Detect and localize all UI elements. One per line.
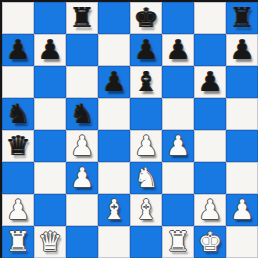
square-b3[interactable] xyxy=(34,162,66,194)
white-pawn[interactable]: ♟ xyxy=(230,194,254,226)
square-f8[interactable] xyxy=(162,2,194,34)
white-pawn[interactable]: ♟ xyxy=(134,130,158,162)
square-h8[interactable]: ♜ xyxy=(226,2,258,34)
square-a3[interactable] xyxy=(2,162,34,194)
square-d2[interactable]: ♝ xyxy=(98,194,130,226)
black-pawn[interactable]: ♟ xyxy=(198,66,222,98)
square-g6[interactable]: ♟ xyxy=(194,66,226,98)
square-h7[interactable]: ♟ xyxy=(226,34,258,66)
square-a6[interactable] xyxy=(2,66,34,98)
chess-board-frame: ♜♚♜♟♟♟♟♟♟♝♟♞♞♛♟♟♟♟♞♟♝♝♟♟♜♛♜♚ xyxy=(0,0,258,258)
black-pawn[interactable]: ♟ xyxy=(6,34,30,66)
black-pawn[interactable]: ♟ xyxy=(134,34,158,66)
square-a5[interactable]: ♞ xyxy=(2,98,34,130)
square-h6[interactable] xyxy=(226,66,258,98)
black-pawn[interactable]: ♟ xyxy=(166,34,190,66)
white-rook[interactable]: ♜ xyxy=(166,226,190,258)
black-rook[interactable]: ♜ xyxy=(70,2,94,34)
square-g8[interactable] xyxy=(194,2,226,34)
square-g4[interactable] xyxy=(194,130,226,162)
square-d6[interactable]: ♟ xyxy=(98,66,130,98)
white-queen[interactable]: ♛ xyxy=(38,226,62,258)
white-king[interactable]: ♚ xyxy=(198,226,222,258)
square-e6[interactable]: ♝ xyxy=(130,66,162,98)
black-pawn[interactable]: ♟ xyxy=(102,66,126,98)
square-a1[interactable]: ♜ xyxy=(2,226,34,258)
square-f4[interactable]: ♟ xyxy=(162,130,194,162)
square-g3[interactable] xyxy=(194,162,226,194)
square-c7[interactable] xyxy=(66,34,98,66)
square-c1[interactable] xyxy=(66,226,98,258)
black-pawn[interactable]: ♟ xyxy=(38,34,62,66)
square-g5[interactable] xyxy=(194,98,226,130)
square-c4[interactable]: ♟ xyxy=(66,130,98,162)
square-b1[interactable]: ♛ xyxy=(34,226,66,258)
square-b7[interactable]: ♟ xyxy=(34,34,66,66)
square-h1[interactable] xyxy=(226,226,258,258)
square-f7[interactable]: ♟ xyxy=(162,34,194,66)
square-c5[interactable]: ♞ xyxy=(66,98,98,130)
black-queen[interactable]: ♛ xyxy=(6,130,30,162)
white-knight[interactable]: ♞ xyxy=(134,162,158,194)
square-b6[interactable] xyxy=(34,66,66,98)
square-f1[interactable]: ♜ xyxy=(162,226,194,258)
square-f5[interactable] xyxy=(162,98,194,130)
square-h2[interactable]: ♟ xyxy=(226,194,258,226)
square-h4[interactable] xyxy=(226,130,258,162)
white-pawn[interactable]: ♟ xyxy=(166,130,190,162)
black-bishop[interactable]: ♝ xyxy=(134,66,158,98)
square-e8[interactable]: ♚ xyxy=(130,2,162,34)
square-e3[interactable]: ♞ xyxy=(130,162,162,194)
square-a2[interactable]: ♟ xyxy=(2,194,34,226)
white-bishop[interactable]: ♝ xyxy=(102,194,126,226)
white-pawn[interactable]: ♟ xyxy=(6,194,30,226)
square-d1[interactable] xyxy=(98,226,130,258)
square-b5[interactable] xyxy=(34,98,66,130)
square-d7[interactable] xyxy=(98,34,130,66)
square-b2[interactable] xyxy=(34,194,66,226)
square-h5[interactable] xyxy=(226,98,258,130)
square-c2[interactable] xyxy=(66,194,98,226)
black-rook[interactable]: ♜ xyxy=(230,2,254,34)
square-e4[interactable]: ♟ xyxy=(130,130,162,162)
square-d5[interactable] xyxy=(98,98,130,130)
black-knight[interactable]: ♞ xyxy=(6,98,30,130)
white-pawn[interactable]: ♟ xyxy=(70,130,94,162)
square-e7[interactable]: ♟ xyxy=(130,34,162,66)
square-f3[interactable] xyxy=(162,162,194,194)
square-b8[interactable] xyxy=(34,2,66,34)
black-knight[interactable]: ♞ xyxy=(70,98,94,130)
square-a8[interactable] xyxy=(2,2,34,34)
white-pawn[interactable]: ♟ xyxy=(198,194,222,226)
square-e2[interactable]: ♝ xyxy=(130,194,162,226)
square-f6[interactable] xyxy=(162,66,194,98)
square-d3[interactable] xyxy=(98,162,130,194)
white-pawn[interactable]: ♟ xyxy=(70,162,94,194)
square-e1[interactable] xyxy=(130,226,162,258)
square-e5[interactable] xyxy=(130,98,162,130)
square-b4[interactable] xyxy=(34,130,66,162)
black-king[interactable]: ♚ xyxy=(134,2,158,34)
white-rook[interactable]: ♜ xyxy=(6,226,30,258)
square-g7[interactable] xyxy=(194,34,226,66)
black-pawn[interactable]: ♟ xyxy=(230,34,254,66)
square-c8[interactable]: ♜ xyxy=(66,2,98,34)
square-g2[interactable]: ♟ xyxy=(194,194,226,226)
square-a4[interactable]: ♛ xyxy=(2,130,34,162)
square-c6[interactable] xyxy=(66,66,98,98)
square-d8[interactable] xyxy=(98,2,130,34)
square-d4[interactable] xyxy=(98,130,130,162)
square-f2[interactable] xyxy=(162,194,194,226)
square-a7[interactable]: ♟ xyxy=(2,34,34,66)
white-bishop[interactable]: ♝ xyxy=(134,194,158,226)
square-c3[interactable]: ♟ xyxy=(66,162,98,194)
chess-board: ♜♚♜♟♟♟♟♟♟♝♟♞♞♛♟♟♟♟♞♟♝♝♟♟♜♛♜♚ xyxy=(2,2,258,258)
square-h3[interactable] xyxy=(226,162,258,194)
square-g1[interactable]: ♚ xyxy=(194,226,226,258)
